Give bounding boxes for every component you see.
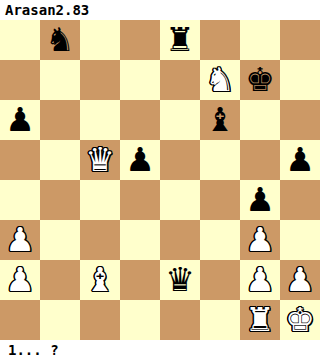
square-c3[interactable] — [80, 220, 120, 260]
square-f7[interactable]: ♞ — [200, 60, 240, 100]
square-a4[interactable] — [0, 180, 40, 220]
square-b6[interactable] — [40, 100, 80, 140]
square-e8[interactable]: ♜ — [160, 20, 200, 60]
square-a8[interactable] — [0, 20, 40, 60]
piece-black-pawn[interactable]: ♟ — [245, 180, 275, 220]
piece-black-pawn[interactable]: ♟ — [125, 140, 155, 180]
piece-white-rook[interactable]: ♜ — [245, 300, 275, 340]
square-h7[interactable] — [280, 60, 320, 100]
square-h4[interactable] — [280, 180, 320, 220]
square-d7[interactable] — [120, 60, 160, 100]
square-c2[interactable]: ♝ — [80, 260, 120, 300]
piece-white-bishop[interactable]: ♝ — [85, 260, 115, 300]
piece-white-pawn[interactable]: ♟ — [245, 260, 275, 300]
square-b4[interactable] — [40, 180, 80, 220]
square-a1[interactable] — [0, 300, 40, 340]
square-d2[interactable] — [120, 260, 160, 300]
square-g5[interactable] — [240, 140, 280, 180]
square-b2[interactable] — [40, 260, 80, 300]
square-g1[interactable]: ♜ — [240, 300, 280, 340]
square-a5[interactable] — [0, 140, 40, 180]
piece-black-knight[interactable]: ♞ — [45, 20, 75, 60]
square-h5[interactable]: ♟ — [280, 140, 320, 180]
square-b1[interactable] — [40, 300, 80, 340]
square-d5[interactable]: ♟ — [120, 140, 160, 180]
square-f1[interactable] — [200, 300, 240, 340]
square-f3[interactable] — [200, 220, 240, 260]
piece-black-pawn[interactable]: ♟ — [5, 100, 35, 140]
square-h6[interactable] — [280, 100, 320, 140]
piece-black-rook[interactable]: ♜ — [165, 20, 195, 60]
square-c7[interactable] — [80, 60, 120, 100]
square-g7[interactable]: ♚ — [240, 60, 280, 100]
square-h1[interactable]: ♚ — [280, 300, 320, 340]
window-title: Arasan2.83 — [0, 0, 320, 20]
square-d8[interactable] — [120, 20, 160, 60]
square-e3[interactable] — [160, 220, 200, 260]
square-e4[interactable] — [160, 180, 200, 220]
piece-white-pawn[interactable]: ♟ — [285, 260, 315, 300]
piece-white-pawn[interactable]: ♟ — [5, 220, 35, 260]
move-prompt: 1... ? — [0, 340, 320, 360]
square-g8[interactable] — [240, 20, 280, 60]
square-d3[interactable] — [120, 220, 160, 260]
square-c1[interactable] — [80, 300, 120, 340]
square-a2[interactable]: ♟ — [0, 260, 40, 300]
piece-black-queen[interactable]: ♛ — [165, 260, 195, 300]
square-f2[interactable] — [200, 260, 240, 300]
square-g3[interactable]: ♟ — [240, 220, 280, 260]
square-b3[interactable] — [40, 220, 80, 260]
square-f6[interactable]: ♝ — [200, 100, 240, 140]
square-e5[interactable] — [160, 140, 200, 180]
square-e6[interactable] — [160, 100, 200, 140]
square-a3[interactable]: ♟ — [0, 220, 40, 260]
chess-board: ♞♜♞♚♟♝♛♟♟♟♟♟♟♝♛♟♟♜♚ — [0, 20, 320, 340]
square-g6[interactable] — [240, 100, 280, 140]
square-f5[interactable] — [200, 140, 240, 180]
square-h3[interactable] — [280, 220, 320, 260]
square-c8[interactable] — [80, 20, 120, 60]
square-d4[interactable] — [120, 180, 160, 220]
square-f4[interactable] — [200, 180, 240, 220]
square-h8[interactable] — [280, 20, 320, 60]
piece-black-bishop[interactable]: ♝ — [205, 100, 235, 140]
square-e1[interactable] — [160, 300, 200, 340]
piece-white-pawn[interactable]: ♟ — [5, 260, 35, 300]
square-f8[interactable] — [200, 20, 240, 60]
square-a6[interactable]: ♟ — [0, 100, 40, 140]
piece-white-knight[interactable]: ♞ — [205, 60, 235, 100]
piece-white-queen[interactable]: ♛ — [85, 140, 115, 180]
square-g2[interactable]: ♟ — [240, 260, 280, 300]
piece-black-pawn[interactable]: ♟ — [285, 140, 315, 180]
piece-white-king[interactable]: ♚ — [285, 300, 315, 340]
piece-black-king[interactable]: ♚ — [245, 60, 275, 100]
square-c6[interactable] — [80, 100, 120, 140]
square-g4[interactable]: ♟ — [240, 180, 280, 220]
square-d1[interactable] — [120, 300, 160, 340]
square-b5[interactable] — [40, 140, 80, 180]
piece-white-pawn[interactable]: ♟ — [245, 220, 275, 260]
square-h2[interactable]: ♟ — [280, 260, 320, 300]
square-a7[interactable] — [0, 60, 40, 100]
square-e7[interactable] — [160, 60, 200, 100]
square-c5[interactable]: ♛ — [80, 140, 120, 180]
square-c4[interactable] — [80, 180, 120, 220]
square-b8[interactable]: ♞ — [40, 20, 80, 60]
square-e2[interactable]: ♛ — [160, 260, 200, 300]
square-b7[interactable] — [40, 60, 80, 100]
square-d6[interactable] — [120, 100, 160, 140]
